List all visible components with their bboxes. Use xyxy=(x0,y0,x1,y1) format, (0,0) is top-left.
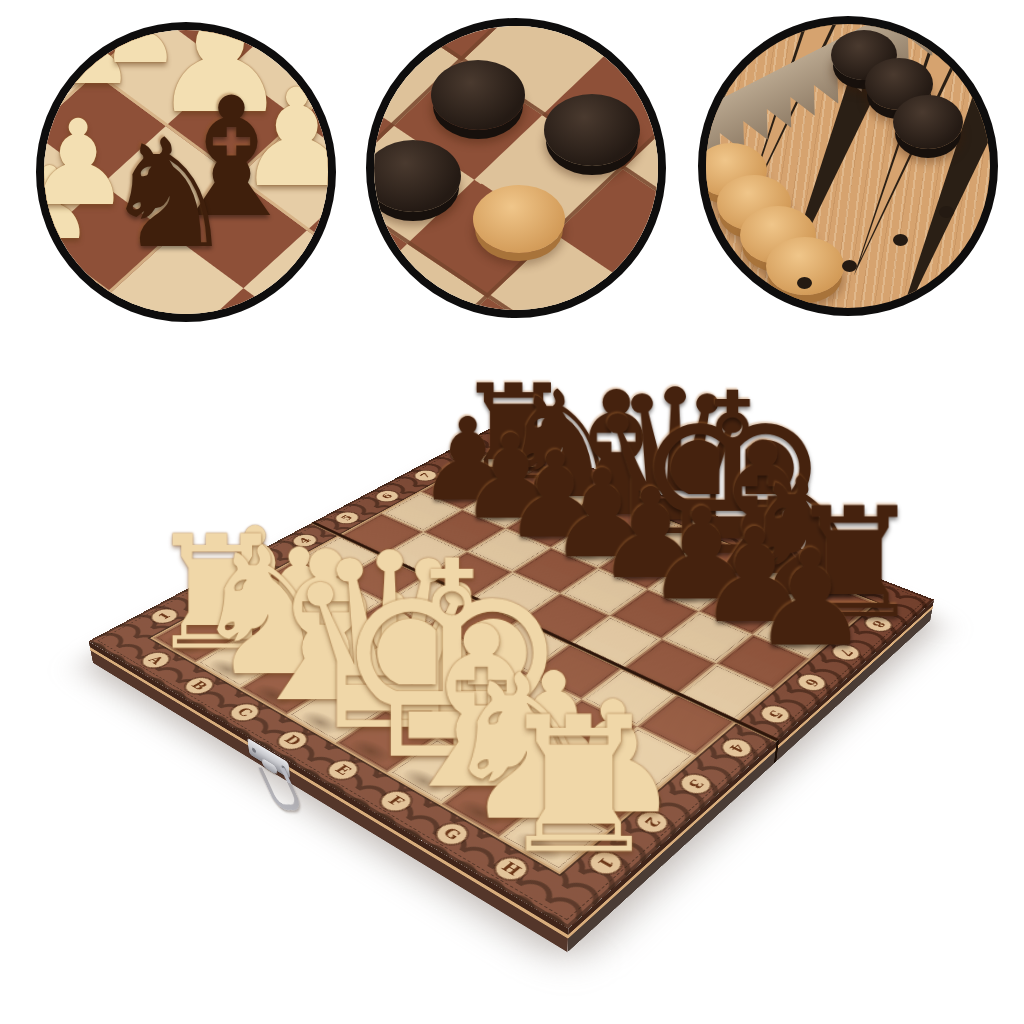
white-pawn-d2: ♟ xyxy=(331,576,400,715)
dark-checker-disc xyxy=(366,140,461,212)
square-a1 xyxy=(153,610,246,662)
black-knight-g8: ♞ xyxy=(732,456,794,620)
black-pawn-c7: ♟ xyxy=(502,436,561,555)
black-pawn-g7: ♟ xyxy=(697,511,761,641)
black-bishop-f8: ♝ xyxy=(681,418,742,601)
file-label-back-a: A xyxy=(511,446,542,460)
piece-shadow-f1 xyxy=(395,763,453,799)
piece-shadow-g1 xyxy=(449,794,509,832)
piece-shadow-e8 xyxy=(641,538,689,561)
piece-shadow-c1 xyxy=(246,680,299,711)
square-e5 xyxy=(520,593,610,643)
dark-checker-disc xyxy=(544,94,640,166)
white-rook-h1: ♜ xyxy=(494,693,573,881)
square-g4 xyxy=(581,668,677,726)
square-e8 xyxy=(634,521,717,564)
square-e6 xyxy=(560,568,647,616)
square-b4 xyxy=(339,555,426,601)
black-pawn-b7: ♟ xyxy=(459,419,516,536)
file-label-back-h: H xyxy=(840,573,875,592)
rank-label-left-8: 8 xyxy=(447,449,478,463)
metal-clasp xyxy=(247,737,294,813)
square-g7 xyxy=(699,585,787,634)
square-h3 xyxy=(594,727,696,792)
clasp-loop xyxy=(258,767,304,810)
board-shadow xyxy=(78,443,943,967)
square-h7 xyxy=(753,607,843,659)
square-e3 xyxy=(433,648,528,704)
piece-shadow-f2 xyxy=(444,729,501,763)
square-a4 xyxy=(297,536,382,580)
white-pawn-g2: ♟ xyxy=(486,652,560,802)
engraved-dot xyxy=(797,277,812,289)
dark-knight-glyph: ♞ xyxy=(102,119,236,269)
square-b8 xyxy=(499,468,577,506)
piece-shadow-g8 xyxy=(741,578,792,603)
board-front-edge xyxy=(89,641,569,952)
rank-label-left-2: 2 xyxy=(196,580,232,599)
piece-shadow-a2 xyxy=(209,603,258,630)
square-c6 xyxy=(467,528,551,572)
white-pawn-a2: ♟ xyxy=(197,510,261,640)
square-f8 xyxy=(683,540,767,585)
black-king-e8: ♚ xyxy=(632,364,692,588)
square-f5 xyxy=(570,616,662,669)
square-f1 xyxy=(387,737,491,804)
white-knight-b1: ♞ xyxy=(188,524,255,701)
black-pawn-a7: ♟ xyxy=(417,403,473,517)
rank-label-right-5: 5 xyxy=(755,702,795,726)
piece-shadow-b7 xyxy=(468,504,513,526)
rank-label-left-4: 4 xyxy=(288,532,322,549)
white-pawn-h2: ♟ xyxy=(544,681,620,835)
square-d3 xyxy=(384,624,477,678)
square-d6 xyxy=(512,548,598,594)
square-e1 xyxy=(335,710,437,773)
piece-shadow-g7 xyxy=(706,604,758,631)
board-surface: ♜♞♝♛♚♝♞♜♟♟♟♟♟♟♟♟♟♟♟♟♟♟♟♟♜♞♝♛♚♝♞♜ AA11BB2… xyxy=(89,428,935,928)
piece-shadow-f7 xyxy=(654,583,704,609)
file-label-front-g: G xyxy=(430,819,475,849)
piece-shadow-f8 xyxy=(690,558,739,582)
square-b5 xyxy=(382,532,467,576)
square-c4 xyxy=(383,576,472,624)
rank-label-right-1: 1 xyxy=(583,847,628,879)
rank-label-left-7: 7 xyxy=(410,468,442,483)
coordinate-labels: AA11BB22CC33DD44EE55FF66GG77HH88 xyxy=(490,428,934,599)
engraved-dot xyxy=(842,260,857,272)
black-pawn-d7: ♟ xyxy=(548,453,608,575)
piece-shadow-a8 xyxy=(464,466,507,486)
file-label-back-c: C xyxy=(595,479,627,494)
rank-label-left-5: 5 xyxy=(330,510,363,527)
chess-grid xyxy=(153,452,875,872)
square-e4 xyxy=(478,620,570,673)
square-c7 xyxy=(506,506,588,548)
white-rook-a1: ♜ xyxy=(146,515,212,672)
file-label-back-g: G xyxy=(787,553,821,571)
square-f4 xyxy=(528,644,622,700)
piece-shadow-c2 xyxy=(297,650,349,679)
inset-backgammon-closeup xyxy=(698,16,998,316)
black-rook-h8: ♜ xyxy=(786,488,850,640)
board-right-edge xyxy=(568,600,935,953)
piece-shadow-d8 xyxy=(594,519,641,541)
square-h6 xyxy=(716,634,809,689)
square-c8 xyxy=(543,485,623,525)
black-rook-a8: ♜ xyxy=(454,367,509,499)
inset-checkers-closeup xyxy=(366,18,666,318)
white-pawn-c2: ♟ xyxy=(284,553,351,689)
square-d7 xyxy=(551,525,634,568)
square-a2 xyxy=(204,584,294,633)
piece-shadow-h7 xyxy=(760,627,813,655)
square-h1 xyxy=(499,798,608,872)
file-label-back-e: E xyxy=(687,514,720,531)
dark-checker-disc xyxy=(431,60,525,130)
piece-shadow-h8 xyxy=(795,600,847,626)
square-c1 xyxy=(240,658,337,715)
chess-board: ♜♞♝♛♚♝♞♜♟♟♟♟♟♟♟♟♟♟♟♟♟♟♟♟♜♞♝♛♚♝♞♜ AA11BB2… xyxy=(89,428,935,928)
file-label-front-b: B xyxy=(179,674,219,697)
rank-label-right-4: 4 xyxy=(716,735,757,761)
square-a6 xyxy=(381,492,462,532)
square-g5 xyxy=(623,639,717,694)
white-pawn-f2: ♟ xyxy=(432,626,504,773)
file-label-back-b: B xyxy=(552,462,583,477)
square-b3 xyxy=(294,580,384,629)
piece-shadow-h2 xyxy=(556,788,617,826)
square-g2 xyxy=(491,732,594,798)
square-c2 xyxy=(290,629,384,683)
fold-seam xyxy=(310,522,779,743)
pieces-layer: ♜♞♝♛♚♝♞♜♟♟♟♟♟♟♟♟♟♟♟♟♟♟♟♟♜♞♝♛♚♝♞♜ xyxy=(89,428,935,928)
piece-shadow-e1 xyxy=(343,734,399,768)
piece-shadow-a1 xyxy=(159,631,209,659)
piece-shadow-b2 xyxy=(252,626,302,654)
square-b1 xyxy=(195,633,290,688)
black-pawn-f7: ♟ xyxy=(645,491,708,618)
square-h2 xyxy=(548,761,653,830)
square-g1 xyxy=(441,767,547,837)
square-g6 xyxy=(662,611,753,663)
file-label-front-c: C xyxy=(224,700,265,724)
white-pawn-b2: ♟ xyxy=(240,531,305,664)
inset-chess-closeup: ♟ ♟ ♟ ♟ ♟ ♟ ♝ ♞ xyxy=(36,22,336,322)
square-f2 xyxy=(437,704,538,767)
black-knight-b8: ♞ xyxy=(496,372,552,519)
square-d4 xyxy=(429,598,520,649)
square-d2 xyxy=(337,653,433,710)
square-f3 xyxy=(484,673,581,732)
piece-shadow-c7 xyxy=(512,523,558,545)
rank-label-left-6: 6 xyxy=(371,488,403,504)
coordinate-circle xyxy=(376,18,415,33)
piece-shadow-g2 xyxy=(499,758,557,794)
square-h4 xyxy=(637,694,736,755)
file-label-front-f: F xyxy=(374,787,417,815)
rank-label-right-2: 2 xyxy=(630,808,674,837)
file-label-front-d: D xyxy=(272,728,313,754)
rank-label-left-3: 3 xyxy=(243,555,278,573)
clasp-hinge xyxy=(261,758,277,776)
black-pawn-h7: ♟ xyxy=(751,532,816,665)
rank-label-right-3: 3 xyxy=(675,770,717,798)
screw-icon xyxy=(281,765,285,772)
square-a3 xyxy=(251,559,339,606)
piece-shadow-h1 xyxy=(507,827,569,867)
white-king-e1: ♚ xyxy=(329,526,401,798)
piece-shadow-b8 xyxy=(505,483,549,504)
engraved-dot xyxy=(939,206,954,218)
black-bishop-c8: ♝ xyxy=(539,369,596,541)
square-e7 xyxy=(598,544,683,589)
piece-shadow-d2 xyxy=(344,675,397,706)
dark-point xyxy=(982,16,998,316)
white-knight-g1: ♞ xyxy=(436,648,512,849)
square-g3 xyxy=(538,699,638,761)
light-checker-disc xyxy=(473,185,565,253)
piece-shadow-d1 xyxy=(293,706,347,739)
square-b7 xyxy=(462,488,542,528)
square-h8 xyxy=(787,581,874,630)
square-h5 xyxy=(678,663,774,721)
rank-label-right-7: 7 xyxy=(827,642,864,664)
clasp-plate xyxy=(247,738,290,779)
white-pawn-e2: ♟ xyxy=(380,600,450,743)
file-label-back-f: F xyxy=(736,533,769,550)
rank-label-right-6: 6 xyxy=(792,671,830,694)
black-queen-d8: ♛ xyxy=(585,363,643,564)
dark-backgammon-checker xyxy=(893,95,963,149)
piece-shadow-a7 xyxy=(426,486,470,507)
file-label-back-d: D xyxy=(640,496,672,512)
square-e2 xyxy=(386,678,484,737)
white-queen-d1: ♛ xyxy=(280,521,351,764)
square-b2 xyxy=(246,606,338,658)
square-g8 xyxy=(734,560,820,607)
piece-shadow-e7 xyxy=(605,562,654,586)
square-a7 xyxy=(421,471,500,509)
square-d8 xyxy=(587,503,668,544)
square-c3 xyxy=(338,602,429,653)
black-pawn-e7: ♟ xyxy=(595,472,656,596)
square-a8 xyxy=(458,452,535,489)
piece-shadow-b1 xyxy=(201,655,252,684)
screw-icon xyxy=(252,747,256,754)
square-d5 xyxy=(472,572,560,620)
square-f7 xyxy=(647,564,734,611)
piece-shadow-d7 xyxy=(557,542,605,565)
white-bishop-f1: ♝ xyxy=(381,597,455,820)
rank-label-left-1: 1 xyxy=(146,606,183,626)
piece-shadow-c8 xyxy=(549,501,595,522)
square-b6 xyxy=(423,510,505,552)
file-label-front-a: A xyxy=(136,649,175,671)
file-label-front-h: H xyxy=(488,853,534,885)
square-a5 xyxy=(340,513,423,555)
product-photo-wooden-chess-set: ♟ ♟ ♟ ♟ ♟ ♟ ♝ ♞ xyxy=(0,0,1024,1024)
white-bishop-c1: ♝ xyxy=(233,524,302,731)
square-f6 xyxy=(610,589,699,639)
piece-shadow-e2 xyxy=(393,701,448,733)
square-d1 xyxy=(286,683,385,743)
rank-label-right-8: 8 xyxy=(860,614,896,635)
file-label-front-e: E xyxy=(322,757,364,784)
square-c5 xyxy=(426,552,512,598)
